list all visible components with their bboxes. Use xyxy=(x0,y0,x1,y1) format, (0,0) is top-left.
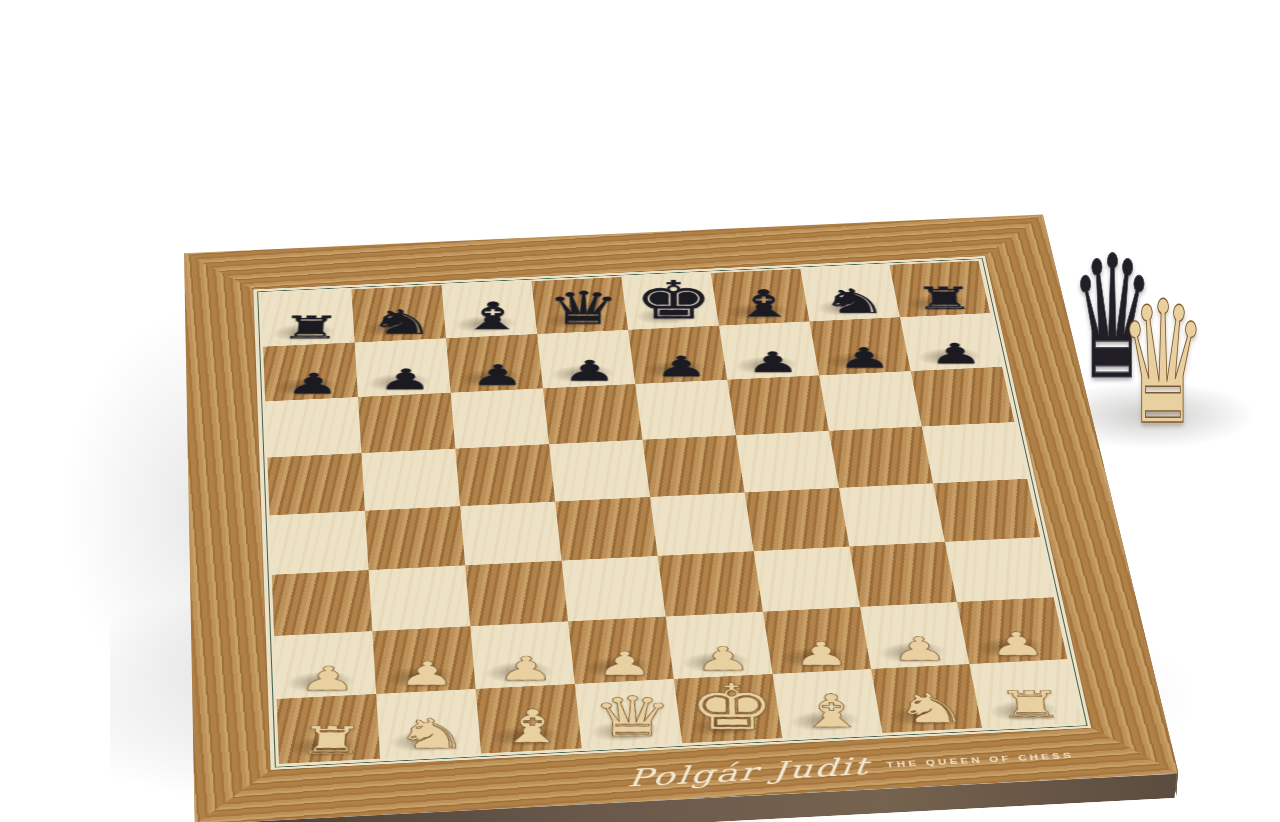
piece-shadow xyxy=(787,708,862,734)
piece-shadow xyxy=(286,733,360,759)
square-b6[interactable] xyxy=(358,393,455,453)
white-bishop-c1[interactable]: ♝ xyxy=(495,704,568,750)
white-pawn-e2[interactable]: ♟ xyxy=(693,643,752,676)
square-g7[interactable]: ♟ xyxy=(810,317,911,375)
square-a5[interactable] xyxy=(267,453,365,515)
white-queen-d1[interactable]: ♛ xyxy=(590,689,673,744)
square-b1[interactable]: ♞ xyxy=(376,689,481,759)
black-pawn-f7[interactable]: ♟ xyxy=(745,348,800,376)
square-a8[interactable]: ♜ xyxy=(261,289,355,346)
square-c8[interactable]: ♝ xyxy=(442,281,538,338)
chessboard: ♜♞♝♛♚♝♞♜♟♟♟♟♟♟♟♟♟♟♟♟♟♟♟♟♜♞♝♛♚♝♞♜ Polgár … xyxy=(184,214,1179,822)
square-a2[interactable]: ♟ xyxy=(274,631,376,699)
square-f7[interactable]: ♟ xyxy=(719,321,819,379)
square-d8[interactable]: ♛ xyxy=(531,277,628,334)
white-pawn-c2[interactable]: ♟ xyxy=(496,652,555,685)
square-e5[interactable] xyxy=(643,435,745,497)
square-a1[interactable]: ♜ xyxy=(277,694,381,764)
piece-shadow xyxy=(985,698,1061,723)
white-pawn-d2[interactable]: ♟ xyxy=(595,647,653,680)
black-pawn-c7[interactable]: ♟ xyxy=(469,361,524,389)
square-c2[interactable]: ♟ xyxy=(470,621,574,689)
board-grid: ♜♞♝♛♚♝♞♜♟♟♟♟♟♟♟♟♟♟♟♟♟♟♟♟♜♞♝♛♚♝♞♜ xyxy=(261,261,1082,764)
square-b7[interactable]: ♟ xyxy=(355,338,451,397)
square-f1[interactable]: ♝ xyxy=(773,669,883,738)
black-knight-g8[interactable]: ♞ xyxy=(819,285,889,319)
black-pawn-a7[interactable]: ♟ xyxy=(284,369,341,398)
white-rook-h1[interactable]: ♜ xyxy=(995,686,1066,724)
black-pawn-e7[interactable]: ♟ xyxy=(654,352,708,380)
square-c5[interactable] xyxy=(455,444,555,506)
black-pawn-g7[interactable]: ♟ xyxy=(836,344,892,372)
square-c7[interactable]: ♟ xyxy=(446,334,543,393)
square-c6[interactable] xyxy=(451,388,549,448)
white-knight-g1[interactable]: ♞ xyxy=(892,688,970,729)
black-bishop-c8[interactable]: ♝ xyxy=(459,297,525,335)
square-g1[interactable]: ♞ xyxy=(871,664,982,733)
square-h7[interactable]: ♟ xyxy=(900,313,1002,371)
square-e7[interactable]: ♟ xyxy=(628,326,727,384)
white-pawn-b2[interactable]: ♟ xyxy=(397,657,457,690)
black-pawn-d7[interactable]: ♟ xyxy=(562,357,617,385)
piece-shadow xyxy=(875,640,950,665)
square-a7[interactable]: ♟ xyxy=(263,342,358,401)
square-e6[interactable] xyxy=(635,380,736,440)
square-h2[interactable]: ♟ xyxy=(957,597,1067,664)
white-pawn-a2[interactable]: ♟ xyxy=(297,662,358,695)
square-g8[interactable]: ♞ xyxy=(800,265,900,322)
white-rook-a1[interactable]: ♜ xyxy=(295,722,366,760)
square-f6[interactable] xyxy=(727,375,829,435)
black-king-e8[interactable]: ♚ xyxy=(634,274,713,326)
white-bishop-f1[interactable]: ♝ xyxy=(795,689,868,735)
square-d6[interactable] xyxy=(543,384,642,444)
square-e4[interactable] xyxy=(650,492,754,555)
black-queen-d8[interactable]: ♛ xyxy=(545,285,620,330)
piece-shadow xyxy=(886,703,962,729)
square-g6[interactable] xyxy=(819,371,922,431)
square-b5[interactable] xyxy=(361,449,460,511)
piece-shadow xyxy=(777,645,851,670)
square-f4[interactable] xyxy=(745,488,850,551)
piece-shadow xyxy=(284,669,357,694)
square-e8[interactable]: ♚ xyxy=(621,273,719,330)
black-rook-h8[interactable]: ♜ xyxy=(912,283,976,314)
piece-shadow xyxy=(383,664,456,689)
square-b4[interactable] xyxy=(365,506,465,570)
square-f8[interactable]: ♝ xyxy=(711,269,810,326)
white-spare-queen[interactable]: ♛ xyxy=(1119,279,1207,448)
white-pawn-h2[interactable]: ♟ xyxy=(986,628,1047,660)
square-d5[interactable] xyxy=(549,440,650,502)
square-c1[interactable]: ♝ xyxy=(476,684,582,754)
piece-shadow xyxy=(972,635,1047,660)
square-d1[interactable]: ♛ xyxy=(575,679,682,748)
square-d7[interactable]: ♟ xyxy=(537,330,635,389)
piece-shadow xyxy=(687,713,762,739)
piece-shadow xyxy=(580,655,654,680)
square-e1[interactable]: ♚ xyxy=(674,674,783,743)
square-d2[interactable]: ♟ xyxy=(568,617,674,684)
square-h8[interactable]: ♜ xyxy=(889,261,990,317)
piece-shadow xyxy=(482,659,555,684)
black-rook-a8[interactable]: ♜ xyxy=(278,312,342,343)
piece-shadow xyxy=(487,723,561,749)
square-d4[interactable] xyxy=(555,497,658,561)
square-f5[interactable] xyxy=(736,431,839,493)
black-knight-b8[interactable]: ♞ xyxy=(366,305,437,339)
square-h1[interactable]: ♜ xyxy=(969,659,1081,728)
square-h5[interactable] xyxy=(922,422,1027,483)
piece-shadow xyxy=(587,718,662,744)
square-g5[interactable] xyxy=(829,426,933,487)
piece-shadow xyxy=(679,650,753,675)
square-a6[interactable] xyxy=(265,397,361,458)
black-pawn-h7[interactable]: ♟ xyxy=(927,340,983,368)
black-pawn-b7[interactable]: ♟ xyxy=(377,365,433,393)
black-bishop-f8[interactable]: ♝ xyxy=(731,285,797,322)
white-knight-b1[interactable]: ♞ xyxy=(392,713,470,754)
white-pawn-g2[interactable]: ♟ xyxy=(889,633,949,665)
piece-shadow xyxy=(387,728,461,754)
square-g2[interactable]: ♟ xyxy=(860,602,969,669)
playing-area: ♜♞♝♛♚♝♞♜♟♟♟♟♟♟♟♟♟♟♟♟♟♟♟♟♜♞♝♛♚♝♞♜ xyxy=(253,256,1091,770)
white-king-e1[interactable]: ♚ xyxy=(688,676,776,740)
square-c4[interactable] xyxy=(460,502,561,566)
square-h6[interactable] xyxy=(911,367,1015,427)
square-b8[interactable]: ♞ xyxy=(351,285,446,342)
square-h3[interactable] xyxy=(945,537,1054,602)
